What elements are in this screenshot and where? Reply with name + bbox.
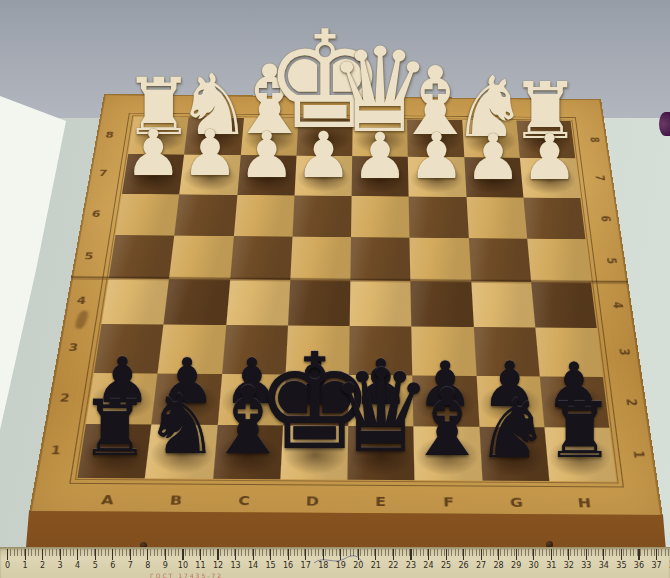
board-square [184, 117, 243, 155]
board-square [294, 156, 352, 196]
board-square [240, 118, 298, 156]
ruler-number: 11 [195, 561, 205, 570]
board-square [217, 374, 285, 426]
ruler-number: 12 [213, 561, 223, 570]
board-square [350, 237, 410, 281]
file-label: E [347, 494, 415, 510]
ruler-number: 13 [230, 561, 240, 570]
board-square [288, 280, 351, 326]
ruler-number: 22 [388, 561, 398, 570]
rank-label: 5 [581, 257, 641, 264]
ruler-number: 24 [423, 561, 433, 570]
ruler-number: 17 [301, 561, 311, 570]
board-square [230, 236, 293, 280]
purple-object [659, 112, 670, 136]
file-label: D [279, 493, 348, 509]
ruler-number: 0 [5, 561, 10, 570]
board-square [414, 426, 482, 481]
rank-label: 2 [56, 372, 74, 423]
board-square [476, 376, 544, 428]
ruler-number: 37 [651, 561, 661, 570]
board-square [468, 238, 531, 282]
ruler-number: 26 [458, 561, 468, 570]
rank-label: 1 [605, 450, 670, 458]
board-square [109, 235, 175, 279]
ruler-number: 34 [599, 561, 609, 570]
ruler-number: 31 [546, 561, 556, 570]
board-square [175, 194, 237, 236]
board-square [164, 279, 230, 325]
board-squares [77, 117, 616, 482]
board-square [237, 155, 296, 195]
ruler-number: 10 [178, 561, 188, 570]
board-square [116, 194, 180, 236]
board-square [411, 281, 474, 327]
board-square [180, 155, 241, 195]
rank-label: 7 [95, 154, 110, 193]
ruler-number: 9 [163, 561, 168, 570]
ruler-number: 1 [22, 561, 27, 570]
file-label: F [415, 494, 484, 510]
ruler-number: 7 [128, 561, 133, 570]
rank-label: 6 [88, 193, 104, 234]
board-square [94, 324, 164, 373]
board-square [466, 197, 527, 239]
ruler-number: 36 [634, 561, 644, 570]
rank-label: 4 [587, 302, 649, 309]
pen-scribble [312, 553, 364, 567]
rank-label: 2 [598, 398, 663, 406]
board-square [471, 281, 535, 327]
board-square [145, 424, 217, 479]
board-square [351, 196, 410, 238]
board-square [285, 326, 349, 375]
file-label: C [210, 493, 279, 509]
ruler-number: 30 [529, 561, 539, 570]
board-square [283, 374, 349, 426]
ruler-number: 14 [248, 561, 258, 570]
board-square [152, 373, 222, 425]
rank-label: 3 [64, 324, 82, 372]
ruler-number: 3 [58, 561, 63, 570]
board-square [296, 118, 352, 156]
ruler-number: 27 [476, 561, 486, 570]
board-square [352, 156, 409, 196]
board-square [128, 117, 189, 155]
board-square [410, 237, 471, 281]
board-square [473, 327, 539, 376]
board-square [479, 427, 549, 481]
board-square [350, 280, 412, 326]
rank-label: 1 [46, 424, 65, 478]
board-square [226, 279, 290, 325]
ruler-number: 21 [371, 561, 381, 570]
file-label: H [550, 495, 619, 511]
rank-label: 7 [571, 175, 628, 181]
file-label: B [142, 492, 212, 508]
file-label: A [73, 492, 143, 508]
ruler-number: 6 [110, 561, 115, 570]
board-square [347, 426, 414, 481]
board-square [462, 120, 520, 158]
ruler-number: 29 [511, 561, 521, 570]
board-square [77, 424, 151, 479]
ruler-number: 8 [145, 561, 150, 570]
board-square [412, 327, 476, 376]
board-square [407, 119, 464, 157]
board-square [213, 425, 283, 480]
board-square [290, 236, 351, 280]
board-square [280, 425, 348, 480]
ruler-number: 28 [494, 561, 504, 570]
rank-label: 8 [102, 117, 117, 155]
board-square [352, 119, 408, 157]
board-square [408, 157, 466, 197]
board-square [222, 325, 288, 374]
rank-label: 8 [566, 137, 622, 143]
ruler-number: 16 [283, 561, 293, 570]
ruler-number: 23 [406, 561, 416, 570]
ruler-number: 5 [93, 561, 98, 570]
photo-stage: ABCDEFGH 87654321 87654321 ♜♞♝♚♛♝♞♜♟♟♟♟♟… [0, 0, 670, 578]
ruler-number: 35 [616, 561, 626, 570]
ruler-number: 32 [564, 561, 574, 570]
board-square [292, 195, 351, 237]
board-square [169, 235, 233, 279]
board-square [464, 157, 523, 197]
ruler-number: 25 [441, 561, 451, 570]
rank-label: 3 [592, 348, 655, 356]
file-label: G [483, 495, 552, 511]
board-square [413, 375, 479, 427]
board-square [158, 325, 226, 374]
board-square [122, 154, 184, 194]
board-square [349, 326, 413, 375]
board-square [348, 375, 413, 427]
rank-label: 6 [576, 215, 635, 222]
board-square [233, 195, 294, 237]
board-square [409, 196, 468, 238]
rank-label: 5 [81, 235, 97, 279]
ruler-stamp: ГОСТ 17435-72 [150, 572, 223, 578]
ruler-number: 15 [266, 561, 276, 570]
chess-board: ABCDEFGH 87654321 87654321 [29, 94, 663, 517]
board-square [102, 278, 170, 324]
file-labels: ABCDEFGH [73, 492, 620, 511]
ruler-number: 33 [581, 561, 591, 570]
ruler-number: 4 [75, 561, 80, 570]
board-square [86, 373, 158, 425]
ruler-number: 2 [40, 561, 45, 570]
